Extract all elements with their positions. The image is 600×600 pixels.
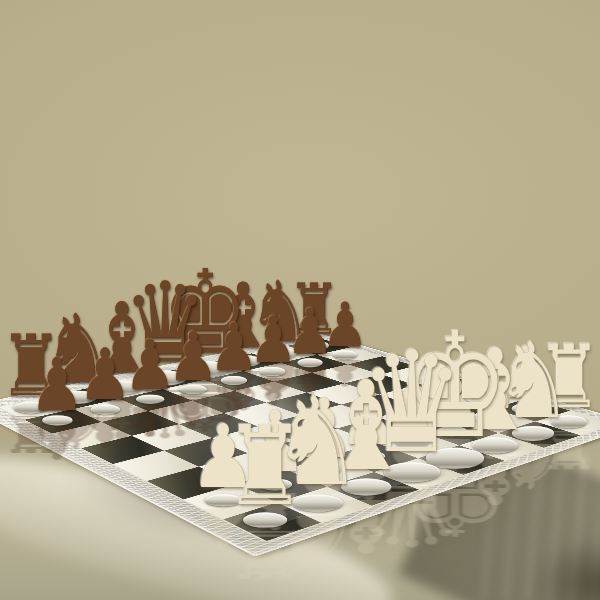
- piece-mirror-reflection: ♜: [224, 521, 306, 587]
- white-rook-icon: ♜: [224, 411, 306, 520]
- piece-mirror-reflection: ♟: [124, 400, 176, 441]
- piece-mirror-reflection: ♟: [78, 410, 132, 453]
- black-pawn-icon: ♟: [78, 339, 132, 410]
- piece-mirror-reflection: ♟: [30, 421, 85, 465]
- photo-scene: ♜♜♞♞♝♝♛♛♚♚♝♝♞♞♜♜♟♟♟♟♟♟♟♟♟♟♟♟♟♟♟♟♟♟♟♟♟♟♟♟…: [0, 0, 600, 600]
- black-pawn-icon: ♟: [30, 348, 85, 421]
- black-pawn-icon: ♟: [124, 330, 176, 399]
